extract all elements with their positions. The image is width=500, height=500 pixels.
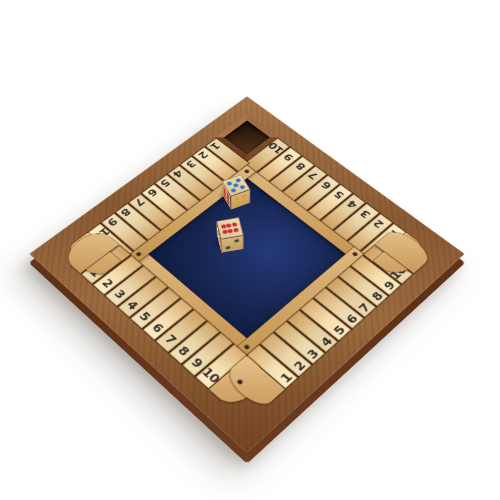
tile-south-9[interactable]: 9: [182, 333, 232, 376]
tile-number: 2: [100, 277, 116, 290]
tile-number: 6: [150, 321, 166, 335]
tile-east-7[interactable]: 7: [326, 277, 376, 317]
tile-east-4[interactable]: 4: [288, 310, 338, 352]
tile-south-3[interactable]: 3: [106, 266, 155, 305]
tile-number: 2: [372, 218, 387, 230]
tile-south-6[interactable]: 6: [143, 299, 193, 340]
tile-number: 7: [306, 170, 320, 181]
tile-number: 10: [200, 365, 223, 385]
tile-number: 4: [318, 335, 334, 349]
tile-east-5[interactable]: 5: [301, 299, 351, 340]
tile-number: 5: [331, 324, 347, 338]
tile-east-8[interactable]: 8: [339, 266, 388, 306]
screw-dot: [243, 344, 251, 350]
row-end-cap: [209, 356, 271, 411]
tile-east-2[interactable]: 2: [261, 333, 312, 376]
tile-number: 3: [112, 287, 128, 300]
tile-number: 10: [388, 264, 409, 282]
tile-number: 3: [305, 347, 321, 361]
product-photo-stage: 10987654321 12345678910 12345678910 1098…: [0, 0, 500, 500]
row-end-cap: [223, 356, 285, 411]
tile-number: 1: [209, 141, 223, 152]
tile-number: 6: [319, 180, 333, 191]
tile-east-6[interactable]: 6: [314, 288, 364, 329]
tile-number: 7: [357, 301, 373, 314]
tile-south-2[interactable]: 2: [93, 256, 142, 295]
tile-east-3[interactable]: 3: [274, 322, 324, 364]
tile-number: 5: [137, 310, 153, 323]
die-pip-green: [225, 246, 230, 250]
tile-number: 3: [184, 159, 198, 170]
die-pip-red: [228, 229, 234, 234]
tile-number: 9: [382, 279, 398, 292]
tile-number: 8: [176, 344, 192, 358]
die-pip-red: [226, 223, 232, 228]
tile-number: 1: [278, 371, 295, 385]
tile-number: 8: [294, 161, 308, 172]
tile-number: 8: [119, 206, 134, 218]
die-pip-red: [233, 228, 239, 233]
tile-number: 4: [124, 298, 140, 311]
tile-number: 7: [163, 332, 179, 346]
tile-east-9[interactable]: 9: [351, 256, 400, 295]
shut-the-box-scene: 10987654321 12345678910 12345678910 1098…: [29, 96, 465, 453]
tile-number: 9: [281, 152, 295, 163]
die-pip-green: [234, 239, 239, 243]
tile-south-4[interactable]: 4: [118, 277, 168, 317]
tile-number: 1: [88, 266, 104, 279]
tile-number: 8: [369, 290, 385, 303]
tile-number: 6: [145, 187, 159, 198]
screw-dot: [236, 378, 244, 385]
tile-rail-south: [121, 239, 267, 364]
tile-number: 9: [189, 356, 205, 370]
tile-row-south: 12345678910: [81, 245, 247, 388]
tile-number: 4: [345, 199, 360, 211]
tile-row-east: 10987654321: [247, 245, 413, 388]
die-pip-red: [222, 230, 228, 235]
tile-number: 4: [171, 168, 185, 179]
die-pip-red: [220, 224, 226, 229]
tile-south-7[interactable]: 7: [156, 310, 206, 352]
tile-number: 2: [291, 359, 307, 373]
tile-number: 6: [344, 312, 360, 325]
tile-number: 2: [196, 150, 210, 161]
tile-south-10[interactable]: 10: [196, 344, 247, 388]
tile-number: 7: [132, 196, 147, 207]
die-pip-red: [232, 222, 238, 227]
tile-number: 9: [105, 216, 120, 228]
tile-south-8[interactable]: 8: [169, 321, 219, 363]
tile-rail-east: [227, 239, 373, 364]
tile-number: 3: [358, 209, 373, 221]
tile-number: 5: [158, 177, 172, 188]
tile-south-5[interactable]: 5: [130, 288, 180, 329]
tile-number: 5: [332, 189, 346, 200]
shut-the-box-board: 10987654321 12345678910 12345678910 1098…: [29, 96, 465, 453]
tile-east-1[interactable]: 1: [247, 345, 298, 389]
